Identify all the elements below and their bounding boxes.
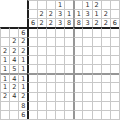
row-clue-number: 6 <box>18 27 27 36</box>
clue-corner-blank <box>18 9 27 18</box>
grid-cell[interactable] <box>73 73 82 82</box>
grid-cell[interactable] <box>64 37 73 46</box>
row-clue-cell <box>0 27 9 36</box>
column-clue-number: 3 <box>82 9 91 18</box>
column-clue-number: 8 <box>73 18 82 27</box>
column-clue-number: 3 <box>55 9 64 18</box>
grid-cell[interactable] <box>37 101 46 110</box>
grid-cell[interactable] <box>37 64 46 73</box>
column-clue-number: 2 <box>46 18 55 27</box>
column-clue-number: 2 <box>37 9 46 18</box>
grid-cell[interactable] <box>73 82 82 91</box>
grid-cell[interactable] <box>82 101 91 110</box>
row-clue-number: 2 <box>18 37 27 46</box>
grid-cell[interactable] <box>55 101 64 110</box>
grid-cell[interactable] <box>101 73 110 82</box>
grid-cell[interactable] <box>73 110 82 119</box>
clue-corner-blank <box>0 9 9 18</box>
column-clue-cell <box>27 9 36 18</box>
column-clue-number: 2 <box>92 0 101 9</box>
grid-cell[interactable] <box>101 101 110 110</box>
grid-cell[interactable] <box>55 82 64 91</box>
grid-cell[interactable] <box>37 82 46 91</box>
grid-cell[interactable] <box>27 27 36 36</box>
row-clue-number: 1 <box>0 64 9 73</box>
column-clue-number: 2 <box>92 18 101 27</box>
grid-cell[interactable] <box>46 92 55 101</box>
grid-cell[interactable] <box>64 82 73 91</box>
grid-cell[interactable] <box>101 37 110 46</box>
grid-cell[interactable] <box>73 92 82 101</box>
row-clue-number: 1 <box>18 73 27 82</box>
grid-cell[interactable] <box>55 55 64 64</box>
grid-cell[interactable] <box>82 110 91 119</box>
grid-cell[interactable] <box>110 110 119 119</box>
column-clue-number: 1 <box>64 9 73 18</box>
grid-cell[interactable] <box>46 64 55 73</box>
grid-cell[interactable] <box>82 46 91 55</box>
grid-cell[interactable] <box>27 82 36 91</box>
row-clue-number: 2 <box>18 92 27 101</box>
row-clue-number: 2 <box>9 46 18 55</box>
row-clue-cell <box>9 110 18 119</box>
row-clue-cell <box>9 27 18 36</box>
grid-cell[interactable] <box>64 27 73 36</box>
grid-cell[interactable] <box>92 27 101 36</box>
column-clue-number: 2 <box>37 18 46 27</box>
clue-corner-blank <box>18 0 27 9</box>
column-clue-cell <box>46 0 55 9</box>
row-clue-number: 2 <box>0 92 9 101</box>
grid-cell[interactable] <box>110 64 119 73</box>
grid-cell[interactable] <box>82 37 91 46</box>
grid-cell[interactable] <box>101 27 110 36</box>
row-clue-number: 4 <box>9 92 18 101</box>
grid-cell[interactable] <box>64 73 73 82</box>
column-clue-number: 1 <box>73 9 82 18</box>
grid-cell[interactable] <box>46 73 55 82</box>
row-clue-number: 1 <box>18 55 27 64</box>
grid-cell[interactable] <box>73 101 82 110</box>
grid-cell[interactable] <box>82 82 91 91</box>
row-clue-number: 8 <box>18 101 27 110</box>
column-clue-number: 2 <box>101 18 110 27</box>
grid-cell[interactable] <box>101 92 110 101</box>
grid-cell[interactable] <box>64 110 73 119</box>
grid-cell[interactable] <box>110 82 119 91</box>
grid-cell[interactable] <box>64 92 73 101</box>
column-clue-number: 6 <box>27 18 36 27</box>
row-clue-number: 2 <box>9 82 18 91</box>
column-clue-number: 2 <box>101 9 110 18</box>
row-clue-number: 2 <box>0 46 9 55</box>
grid-cell[interactable] <box>82 92 91 101</box>
grid-cell[interactable] <box>110 27 119 36</box>
row-clue-number: 1 <box>18 64 27 73</box>
grid-cell[interactable] <box>82 55 91 64</box>
grid-cell[interactable] <box>110 73 119 82</box>
grid-cell[interactable] <box>73 64 82 73</box>
grid-cell[interactable] <box>27 101 36 110</box>
grid-cell[interactable] <box>27 64 36 73</box>
grid-cell[interactable] <box>64 55 73 64</box>
grid-cell[interactable] <box>101 64 110 73</box>
column-clue-cell <box>110 9 119 18</box>
grid-cell[interactable] <box>46 55 55 64</box>
grid-cell[interactable] <box>64 64 73 73</box>
clue-corner-blank <box>0 0 9 9</box>
grid-cell[interactable] <box>27 46 36 55</box>
column-clue-cell <box>64 0 73 9</box>
grid-cell[interactable] <box>110 92 119 101</box>
column-clue-number: 8 <box>64 18 73 27</box>
column-clue-number: 3 <box>82 18 91 27</box>
grid-cell[interactable] <box>46 82 55 91</box>
row-clue-number: 4 <box>9 73 18 82</box>
grid-cell[interactable] <box>55 110 64 119</box>
row-clue-number: 1 <box>0 73 9 82</box>
grid-cell[interactable] <box>55 27 64 36</box>
row-clue-cell <box>9 101 18 110</box>
grid-cell[interactable] <box>37 73 46 82</box>
grid-cell[interactable] <box>46 27 55 36</box>
row-clue-number: 6 <box>18 110 27 119</box>
grid-cell[interactable] <box>92 64 101 73</box>
row-clue-number: 1 <box>18 82 27 91</box>
grid-cell[interactable] <box>82 73 91 82</box>
grid-cell[interactable] <box>92 73 101 82</box>
grid-cell[interactable] <box>92 110 101 119</box>
grid-cell[interactable] <box>64 46 73 55</box>
grid-cell[interactable] <box>55 64 64 73</box>
grid-cell[interactable] <box>46 110 55 119</box>
grid-cell[interactable] <box>37 37 46 46</box>
nonogram-puzzle: 1122231131262238832266222221411511411212… <box>0 0 120 120</box>
clue-corner-blank <box>18 18 27 27</box>
grid-cell[interactable] <box>110 37 119 46</box>
row-clue-number: 5 <box>9 64 18 73</box>
grid-cell[interactable] <box>92 46 101 55</box>
grid-cell[interactable] <box>55 73 64 82</box>
column-clue-number: 6 <box>110 18 119 27</box>
grid-cell[interactable] <box>27 92 36 101</box>
grid-cell[interactable] <box>37 110 46 119</box>
clue-corner-blank <box>9 9 18 18</box>
row-clue-number: 4 <box>9 55 18 64</box>
column-clue-number: 1 <box>92 9 101 18</box>
grid-cell[interactable] <box>101 55 110 64</box>
grid-cell[interactable] <box>92 37 101 46</box>
column-clue-cell <box>27 0 36 9</box>
grid-cell[interactable] <box>46 37 55 46</box>
grid-cell[interactable] <box>55 92 64 101</box>
grid-cell[interactable] <box>55 37 64 46</box>
grid-cell[interactable] <box>55 46 64 55</box>
column-clue-number: 2 <box>46 9 55 18</box>
clue-corner-blank <box>0 18 9 27</box>
grid-cell[interactable] <box>73 55 82 64</box>
grid-cell[interactable] <box>46 101 55 110</box>
row-clue-cell <box>0 37 9 46</box>
grid-cell[interactable] <box>46 46 55 55</box>
column-clue-number: 1 <box>55 0 64 9</box>
row-clue-number: 1 <box>0 82 9 91</box>
grid-cell[interactable] <box>92 92 101 101</box>
row-clue-number: 1 <box>0 55 9 64</box>
grid-cell[interactable] <box>101 110 110 119</box>
grid-cell[interactable] <box>37 92 46 101</box>
grid-cell[interactable] <box>27 55 36 64</box>
grid-cell[interactable] <box>37 46 46 55</box>
grid-cell[interactable] <box>110 46 119 55</box>
column-clue-number: 3 <box>55 18 64 27</box>
column-clue-cell <box>110 0 119 9</box>
grid-cell[interactable] <box>37 55 46 64</box>
grid-cell[interactable] <box>110 55 119 64</box>
column-clue-number: 1 <box>82 0 91 9</box>
grid-cell[interactable] <box>82 64 91 73</box>
grid-cell[interactable] <box>27 37 36 46</box>
grid-cell[interactable] <box>110 101 119 110</box>
grid-cell[interactable] <box>64 101 73 110</box>
grid-cell[interactable] <box>101 82 110 91</box>
grid-cell[interactable] <box>92 55 101 64</box>
row-clue-number: 2 <box>9 37 18 46</box>
grid-cell[interactable] <box>27 110 36 119</box>
grid-cell[interactable] <box>73 46 82 55</box>
row-clue-cell <box>0 101 9 110</box>
grid-cell[interactable] <box>92 101 101 110</box>
grid-cell[interactable] <box>73 37 82 46</box>
column-clue-cell <box>73 0 82 9</box>
row-clue-cell <box>0 110 9 119</box>
column-clue-cell <box>101 0 110 9</box>
grid-cell[interactable] <box>27 73 36 82</box>
grid-cell[interactable] <box>101 46 110 55</box>
clue-corner-blank <box>9 18 18 27</box>
column-clue-cell <box>37 0 46 9</box>
grid-cell[interactable] <box>37 27 46 36</box>
nonogram-board: 1122231131262238832266222221411511411212… <box>0 0 120 120</box>
grid-cell[interactable] <box>82 27 91 36</box>
row-clue-number: 2 <box>18 46 27 55</box>
clue-corner-blank <box>9 0 18 9</box>
grid-cell[interactable] <box>73 27 82 36</box>
grid-cell[interactable] <box>92 82 101 91</box>
